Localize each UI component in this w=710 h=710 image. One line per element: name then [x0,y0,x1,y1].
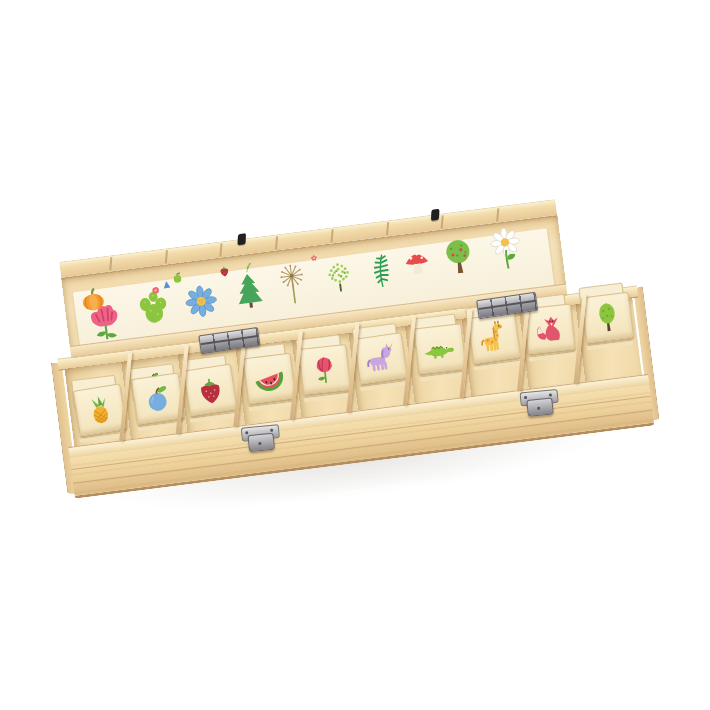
tile-watermelon [243,353,296,405]
tile-giraffe [467,312,521,364]
daisy-icon [482,225,531,274]
lid-divider-tick [386,222,389,235]
tile-pineapple [72,383,127,436]
lid-divider-tick [275,236,278,249]
blue-triangle-icon [160,278,173,291]
leaf-sprig-icon [240,259,256,275]
compartment-2 [121,355,188,440]
dandelion-icon [267,258,319,310]
metal-clasp-latch [237,424,283,454]
apple-tree-icon [435,234,482,281]
compartment-4 [235,340,302,425]
product-photo-scene [0,0,710,710]
lid-divider-tick [109,257,112,270]
lid-divider-tick [496,208,499,221]
tile-poppy-flower [299,344,352,395]
lid-divider-tick [441,215,444,228]
tile-strawberry [183,363,237,416]
pine-tree-icon [227,268,272,313]
dot-bush-icon [317,256,362,301]
tile-crocodile [413,323,466,374]
compartment-8 [462,312,529,397]
metal-clasp-latch [515,389,561,419]
lid-catch-hook [238,233,246,245]
compartment-3 [178,347,245,432]
compartment-6 [348,326,415,411]
lid-divider-tick [220,243,223,256]
lid-catch-hook [431,209,439,221]
compartment-9 [519,304,586,389]
pumpkin-icon [74,280,112,318]
tile-unicorn [353,332,407,384]
compartment-10 [575,297,642,382]
lid-divider-tick [330,229,333,242]
mushroom-icon [397,242,437,282]
blue-flower-icon [181,281,221,321]
tile-tree [581,292,634,344]
compartment-1 [65,362,132,447]
lid-divider-tick [165,250,168,263]
compartment-7 [405,319,472,404]
compartment-5 [292,333,359,418]
